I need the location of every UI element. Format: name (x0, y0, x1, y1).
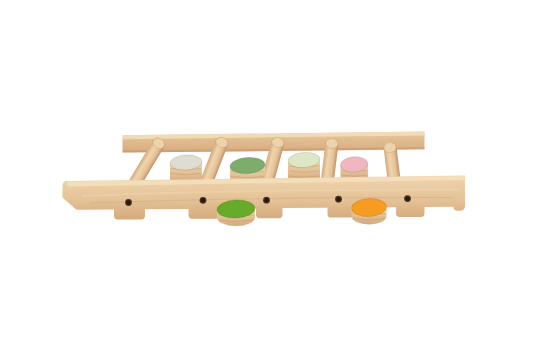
front-rail (63, 176, 466, 220)
screw-3 (263, 197, 270, 204)
screw-1 (125, 199, 132, 206)
bottom-disc-green (217, 199, 256, 226)
bottom-disc-orange (351, 198, 387, 225)
screw-5 (404, 195, 411, 202)
screw-4 (335, 196, 342, 203)
screw-1-head (126, 200, 130, 204)
wooden-ladder-toy (0, 0, 533, 355)
screw-4-head (336, 197, 340, 201)
screw-2-head (201, 198, 205, 202)
screw-5-head (405, 196, 409, 200)
screw-2 (200, 197, 207, 204)
screw-3-head (264, 198, 268, 202)
product-photo (0, 0, 533, 355)
